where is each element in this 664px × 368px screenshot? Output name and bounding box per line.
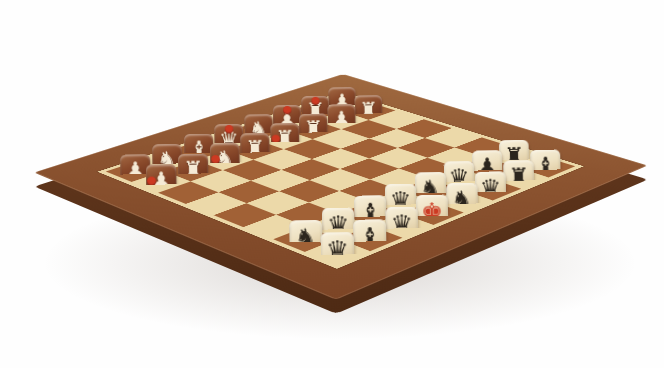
product-photo-scene: ♟♜♜♝♜♟♟♜♟♜♛♛♞♜♞♞♛♜♛♚♝♞♝♛♞♜♛♝♟♟♞♛ [0,0,664,368]
board-frame: ♟♜♜♝♜♟♟♜♟♜♛♛♞♜♞♞♛♜♛♚♝♞♝♛♞♜♛♝♟♟♞♛ [34,74,648,300]
die-light-queen: ♛ [320,232,354,267]
red-dot-marker [311,97,319,105]
red-dot-marker [271,135,280,144]
knight-icon: ♞ [446,184,478,216]
queen-icon: ♛ [475,172,507,204]
red-dot-marker [211,155,220,164]
king-icon: ♚ [416,195,449,228]
queen-icon: ♛ [320,233,354,267]
die-light-knight: ♞ [289,220,323,255]
red-dot-marker [283,106,292,115]
red-dot-marker [224,125,233,134]
red-dot-marker [147,177,156,186]
board-tilt: ♟♜♜♝♜♟♟♜♟♜♛♛♞♜♞♞♛♜♛♚♝♞♝♛♞♜♛♝♟♟♞♛ [34,74,648,300]
die-light-queen: ♛ [385,207,418,241]
die-light-queen: ♛ [475,171,507,204]
die-dark-knight: ♞ [210,143,240,174]
